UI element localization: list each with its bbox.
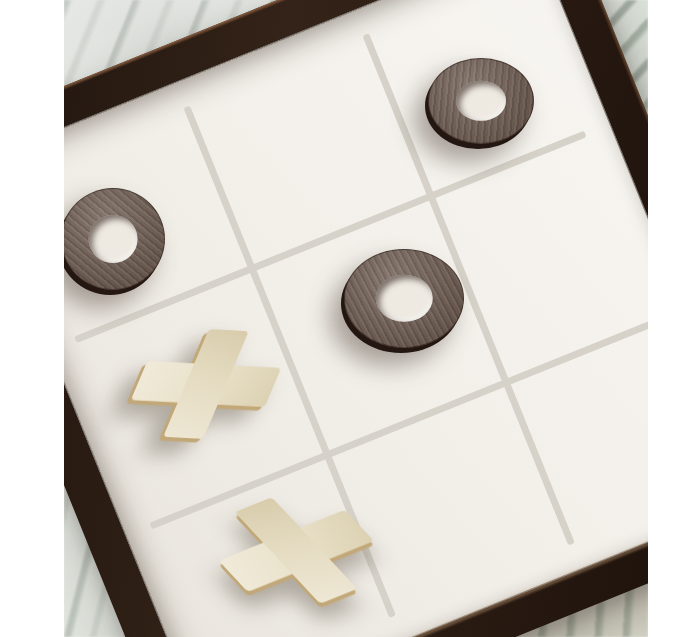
o-piece-middle-center-cell[interactable] bbox=[344, 249, 464, 348]
photo-stage bbox=[0, 0, 700, 637]
left-crop-margin bbox=[0, 0, 64, 637]
o-piece-top-right-cell[interactable] bbox=[428, 58, 534, 144]
o-piece-hole bbox=[89, 215, 138, 263]
x-piece-bottom-left-cell[interactable] bbox=[190, 479, 402, 622]
o-piece-hole bbox=[456, 81, 506, 121]
o-piece-top-left-cell[interactable] bbox=[61, 188, 165, 290]
pieces-layer bbox=[0, 0, 700, 637]
x-piece-middle-left-cell[interactable] bbox=[116, 327, 296, 442]
right-crop-margin bbox=[648, 0, 700, 637]
o-piece-hole bbox=[376, 275, 433, 322]
